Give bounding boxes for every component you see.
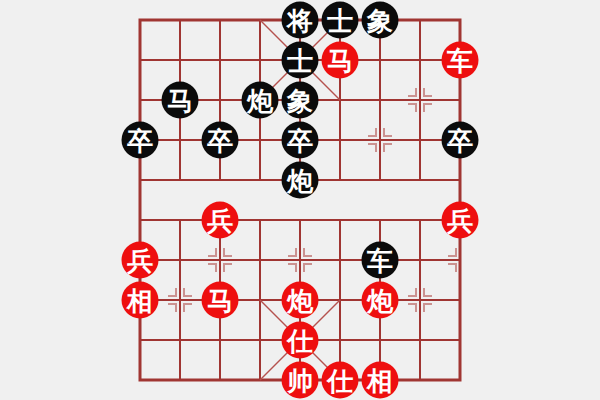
piece-black-soldier[interactable]: 卒 <box>282 122 319 159</box>
point-c8-r3[interactable]: 卒 <box>440 120 480 160</box>
point-c4-r5[interactable] <box>280 200 320 240</box>
point-c0-r6[interactable]: 兵 <box>120 240 160 280</box>
point-c8-r0[interactable] <box>440 0 480 40</box>
point-c7-r3[interactable] <box>400 120 440 160</box>
point-c0-r5[interactable] <box>120 200 160 240</box>
point-c6-r9[interactable]: 相 <box>360 360 400 400</box>
point-c3-r5[interactable] <box>240 200 280 240</box>
point-c6-r4[interactable] <box>360 160 400 200</box>
point-c6-r7[interactable]: 炮 <box>360 280 400 320</box>
point-c4-r8[interactable]: 仕 <box>280 320 320 360</box>
point-c2-r3[interactable]: 卒 <box>200 120 240 160</box>
piece-red-cannon[interactable]: 炮 <box>362 282 399 319</box>
point-c2-r4[interactable] <box>200 160 240 200</box>
point-c1-r5[interactable] <box>160 200 200 240</box>
point-c4-r3[interactable]: 卒 <box>280 120 320 160</box>
piece-red-horse[interactable]: 马 <box>202 282 239 319</box>
point-c1-r7[interactable] <box>160 280 200 320</box>
point-c1-r2[interactable]: 马 <box>160 80 200 120</box>
star-point-marker <box>406 286 434 314</box>
point-c3-r1[interactable] <box>240 40 280 80</box>
point-c0-r8[interactable] <box>120 320 160 360</box>
xiangqi-board: 将士象士马车马炮象卒卒卒卒炮兵兵兵车相马炮炮仕帅仕相 <box>120 0 480 400</box>
point-c5-r8[interactable] <box>320 320 360 360</box>
point-c2-r2[interactable] <box>200 80 240 120</box>
point-c8-r7[interactable] <box>440 280 480 320</box>
point-c0-r2[interactable] <box>120 80 160 120</box>
point-c6-r1[interactable] <box>360 40 400 80</box>
point-c2-r5[interactable]: 兵 <box>200 200 240 240</box>
point-c0-r3[interactable]: 卒 <box>120 120 160 160</box>
piece-red-advisor[interactable]: 仕 <box>322 362 359 399</box>
piece-red-cannon[interactable]: 炮 <box>282 282 319 319</box>
point-c6-r3[interactable] <box>360 120 400 160</box>
piece-red-soldier[interactable]: 兵 <box>122 242 159 279</box>
piece-black-horse[interactable]: 马 <box>162 82 199 119</box>
xiangqi-app: 将士象士马车马炮象卒卒卒卒炮兵兵兵车相马炮炮仕帅仕相 <box>0 0 600 400</box>
point-c0-r7[interactable]: 相 <box>120 280 160 320</box>
point-c1-r6[interactable] <box>160 240 200 280</box>
point-c7-r1[interactable] <box>400 40 440 80</box>
point-c3-r4[interactable] <box>240 160 280 200</box>
piece-black-advisor[interactable]: 士 <box>282 42 319 79</box>
star-point-marker <box>206 246 234 274</box>
point-c5-r7[interactable] <box>320 280 360 320</box>
point-c8-r4[interactable] <box>440 160 480 200</box>
point-c6-r6[interactable]: 车 <box>360 240 400 280</box>
point-c6-r8[interactable] <box>360 320 400 360</box>
point-c4-r9[interactable]: 帅 <box>280 360 320 400</box>
point-c7-r4[interactable] <box>400 160 440 200</box>
point-c5-r9[interactable]: 仕 <box>320 360 360 400</box>
point-c8-r1[interactable]: 车 <box>440 40 480 80</box>
piece-black-soldier[interactable]: 卒 <box>442 122 479 159</box>
point-c5-r3[interactable] <box>320 120 360 160</box>
point-c1-r1[interactable] <box>160 40 200 80</box>
piece-red-general[interactable]: 帅 <box>282 362 319 399</box>
piece-black-advisor[interactable]: 士 <box>322 2 359 39</box>
point-c2-r7[interactable]: 马 <box>200 280 240 320</box>
point-c7-r9[interactable] <box>400 360 440 400</box>
piece-black-general[interactable]: 将 <box>282 2 319 39</box>
piece-black-elephant[interactable]: 象 <box>282 82 319 119</box>
point-c7-r7[interactable] <box>400 280 440 320</box>
point-c1-r9[interactable] <box>160 360 200 400</box>
point-c5-r5[interactable] <box>320 200 360 240</box>
point-c6-r2[interactable] <box>360 80 400 120</box>
piece-red-elephant[interactable]: 相 <box>122 282 159 319</box>
point-c5-r2[interactable] <box>320 80 360 120</box>
point-c6-r0[interactable]: 象 <box>360 0 400 40</box>
star-point-marker <box>286 246 314 274</box>
point-c8-r8[interactable] <box>440 320 480 360</box>
piece-red-elephant[interactable]: 相 <box>362 362 399 399</box>
point-c2-r0[interactable] <box>200 0 240 40</box>
point-c4-r1[interactable]: 士 <box>280 40 320 80</box>
piece-black-soldier[interactable]: 卒 <box>122 122 159 159</box>
piece-red-horse[interactable]: 马 <box>322 42 359 79</box>
point-c1-r8[interactable] <box>160 320 200 360</box>
point-c7-r6[interactable] <box>400 240 440 280</box>
point-c2-r1[interactable] <box>200 40 240 80</box>
point-c0-r1[interactable] <box>120 40 160 80</box>
point-c4-r6[interactable] <box>280 240 320 280</box>
point-c3-r0[interactable] <box>240 0 280 40</box>
point-c8-r6[interactable] <box>440 240 480 280</box>
star-point-marker <box>446 246 474 274</box>
piece-red-chariot[interactable]: 车 <box>442 42 479 79</box>
point-c0-r4[interactable] <box>120 160 160 200</box>
point-c7-r0[interactable] <box>400 0 440 40</box>
point-c2-r9[interactable] <box>200 360 240 400</box>
point-c3-r7[interactable] <box>240 280 280 320</box>
piece-black-cannon[interactable]: 炮 <box>282 162 319 199</box>
star-point-marker <box>166 286 194 314</box>
point-c0-r0[interactable] <box>120 0 160 40</box>
point-c5-r4[interactable] <box>320 160 360 200</box>
point-c6-r5[interactable] <box>360 200 400 240</box>
point-c2-r8[interactable] <box>200 320 240 360</box>
point-c3-r8[interactable] <box>240 320 280 360</box>
piece-black-cannon[interactable]: 炮 <box>242 82 279 119</box>
star-point-marker <box>366 126 394 154</box>
point-c7-r8[interactable] <box>400 320 440 360</box>
point-c3-r6[interactable] <box>240 240 280 280</box>
point-c5-r1[interactable]: 马 <box>320 40 360 80</box>
point-c8-r5[interactable]: 兵 <box>440 200 480 240</box>
point-c7-r5[interactable] <box>400 200 440 240</box>
board-grid: 将士象士马车马炮象卒卒卒卒炮兵兵兵车相马炮炮仕帅仕相 <box>120 0 480 400</box>
point-c4-r0[interactable]: 将 <box>280 0 320 40</box>
point-c1-r4[interactable] <box>160 160 200 200</box>
piece-red-advisor[interactable]: 仕 <box>282 322 319 359</box>
star-point-marker <box>406 86 434 114</box>
point-c8-r9[interactable] <box>440 360 480 400</box>
piece-red-soldier[interactable]: 兵 <box>202 202 239 239</box>
point-c3-r2[interactable]: 炮 <box>240 80 280 120</box>
piece-red-soldier[interactable]: 兵 <box>442 202 479 239</box>
point-c5-r6[interactable] <box>320 240 360 280</box>
point-c3-r3[interactable] <box>240 120 280 160</box>
point-c1-r3[interactable] <box>160 120 200 160</box>
point-c4-r4[interactable]: 炮 <box>280 160 320 200</box>
piece-black-chariot[interactable]: 车 <box>362 242 399 279</box>
point-c5-r0[interactable]: 士 <box>320 0 360 40</box>
point-c7-r2[interactable] <box>400 80 440 120</box>
point-c2-r6[interactable] <box>200 240 240 280</box>
point-c8-r2[interactable] <box>440 80 480 120</box>
point-c4-r2[interactable]: 象 <box>280 80 320 120</box>
point-c4-r7[interactable]: 炮 <box>280 280 320 320</box>
point-c1-r0[interactable] <box>160 0 200 40</box>
point-c3-r9[interactable] <box>240 360 280 400</box>
piece-black-elephant[interactable]: 象 <box>362 2 399 39</box>
piece-black-soldier[interactable]: 卒 <box>202 122 239 159</box>
point-c0-r9[interactable] <box>120 360 160 400</box>
